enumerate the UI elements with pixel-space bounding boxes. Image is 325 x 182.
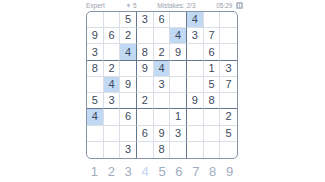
cell-r9c8[interactable]	[204, 142, 221, 158]
cell-r3c3[interactable]: 4	[120, 44, 137, 60]
numpad-5[interactable]: 5	[154, 162, 171, 180]
cell-r4c4[interactable]: 9	[137, 61, 154, 77]
cell-r5c4[interactable]	[137, 77, 154, 93]
cell-r6c5[interactable]	[154, 93, 171, 109]
cell-r1c8[interactable]	[204, 12, 221, 28]
difficulty-label: Expert	[86, 2, 105, 9]
cell-r7c1[interactable]: 4	[87, 109, 104, 125]
cell-r4c6[interactable]	[170, 61, 187, 77]
cell-r4c5[interactable]: 4	[154, 61, 171, 77]
cell-r3c5[interactable]: 2	[154, 44, 171, 60]
numpad-2[interactable]: 2	[103, 162, 120, 180]
cell-r3c6[interactable]: 9	[170, 44, 187, 60]
cell-r5c7[interactable]	[187, 77, 204, 93]
cell-r2c8[interactable]: 7	[204, 28, 221, 44]
cell-r4c7[interactable]	[187, 61, 204, 77]
hint-count: 5	[133, 2, 137, 9]
cell-r6c3[interactable]	[120, 93, 137, 109]
mistakes-label: Mistakes: 2/3	[157, 2, 195, 9]
cell-r4c2[interactable]: 2	[104, 61, 121, 77]
cell-r5c8[interactable]: 5	[204, 77, 221, 93]
timer-value: 05:29	[216, 2, 232, 9]
cell-r9c5[interactable]: 8	[154, 142, 171, 158]
numpad-8[interactable]: 8	[204, 162, 221, 180]
cell-r8c5[interactable]: 9	[154, 126, 171, 142]
cell-r8c1[interactable]	[87, 126, 104, 142]
cell-r1c5[interactable]: 6	[154, 12, 171, 28]
cell-r9c6[interactable]	[170, 142, 187, 158]
cell-r9c7[interactable]	[187, 142, 204, 158]
cell-r2c9[interactable]	[220, 28, 237, 44]
cell-r7c2[interactable]	[104, 109, 121, 125]
cell-r4c1[interactable]: 8	[87, 61, 104, 77]
sparkle-icon: ✶	[126, 2, 132, 9]
cell-r1c2[interactable]	[104, 12, 121, 28]
cell-r3c7[interactable]	[187, 44, 204, 60]
cell-r4c9[interactable]: 3	[220, 61, 237, 77]
timer-group: 05:29	[216, 2, 243, 9]
cell-r8c4[interactable]: 6	[137, 126, 154, 142]
cell-r9c4[interactable]	[137, 142, 154, 158]
cell-r1c6[interactable]	[170, 12, 187, 28]
cell-r3c8[interactable]: 6	[204, 44, 221, 60]
cell-r1c1[interactable]	[87, 12, 104, 28]
cell-r1c9[interactable]	[220, 12, 237, 28]
cell-r1c3[interactable]: 5	[120, 12, 137, 28]
cell-r8c6[interactable]: 3	[170, 126, 187, 142]
cell-r3c2[interactable]	[104, 44, 121, 60]
cell-r5c5[interactable]: 3	[154, 77, 171, 93]
cell-r5c2[interactable]: 4	[104, 77, 121, 93]
cell-r2c3[interactable]: 2	[120, 28, 137, 44]
cell-r6c9[interactable]	[220, 93, 237, 109]
cell-r5c1[interactable]	[87, 77, 104, 93]
cell-r3c1[interactable]: 3	[87, 44, 104, 60]
cell-r3c9[interactable]	[220, 44, 237, 60]
cell-r9c9[interactable]	[220, 142, 237, 158]
cell-r5c9[interactable]: 7	[220, 77, 237, 93]
cell-r2c2[interactable]: 6	[104, 28, 121, 44]
cell-r5c3[interactable]: 9	[120, 77, 137, 93]
cell-r4c3[interactable]	[120, 61, 137, 77]
cell-r6c2[interactable]: 3	[104, 93, 121, 109]
number-pad: 123456789	[86, 162, 238, 180]
numpad-9[interactable]: 9	[221, 162, 238, 180]
cell-r7c5[interactable]	[154, 109, 171, 125]
cell-r9c3[interactable]: 3	[120, 142, 137, 158]
numpad-3[interactable]: 3	[120, 162, 137, 180]
cell-r7c3[interactable]: 6	[120, 109, 137, 125]
cell-r9c2[interactable]	[104, 142, 121, 158]
cell-r1c4[interactable]: 3	[137, 12, 154, 28]
cell-r7c8[interactable]	[204, 109, 221, 125]
cell-r4c8[interactable]: 1	[204, 61, 221, 77]
hint-counter[interactable]: ✶ 5	[126, 2, 137, 9]
numpad-7[interactable]: 7	[187, 162, 204, 180]
cell-r7c4[interactable]	[137, 109, 154, 125]
cell-r6c4[interactable]: 2	[137, 93, 154, 109]
cell-r8c3[interactable]	[120, 126, 137, 142]
sudoku-board: 5364962437348296829413493575329846126935…	[86, 11, 238, 159]
cell-r6c6[interactable]	[170, 93, 187, 109]
cell-r5c6[interactable]	[170, 77, 187, 93]
cell-r9c1[interactable]	[87, 142, 104, 158]
cell-r1c7[interactable]: 4	[187, 12, 204, 28]
cell-r6c1[interactable]: 5	[87, 93, 104, 109]
cell-r3c4[interactable]: 8	[137, 44, 154, 60]
cell-r7c7[interactable]	[187, 109, 204, 125]
cell-r2c7[interactable]: 3	[187, 28, 204, 44]
numpad-1[interactable]: 1	[86, 162, 103, 180]
cell-r2c5[interactable]	[154, 28, 171, 44]
cell-r8c9[interactable]: 5	[220, 126, 237, 142]
numpad-6[interactable]: 6	[170, 162, 187, 180]
top-bar: Expert ✶ 5 Mistakes: 2/3 05:29	[86, 1, 243, 10]
cell-r8c7[interactable]	[187, 126, 204, 142]
cell-r2c4[interactable]	[137, 28, 154, 44]
cell-r2c6[interactable]: 4	[170, 28, 187, 44]
cell-r8c2[interactable]	[104, 126, 121, 142]
cell-r8c8[interactable]	[204, 126, 221, 142]
pause-icon[interactable]	[236, 2, 243, 9]
cell-r7c6[interactable]: 1	[170, 109, 187, 125]
cell-r6c8[interactable]: 8	[204, 93, 221, 109]
cell-r6c7[interactable]: 9	[187, 93, 204, 109]
numpad-4[interactable]: 4	[137, 162, 154, 180]
cell-r7c9[interactable]: 2	[220, 109, 237, 125]
cell-r2c1[interactable]: 9	[87, 28, 104, 44]
